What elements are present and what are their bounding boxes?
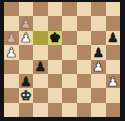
- square-g7[interactable]: [91, 16, 106, 30]
- square-c8[interactable]: [33, 2, 48, 16]
- square-d2[interactable]: [48, 88, 63, 102]
- square-g8[interactable]: [91, 2, 106, 16]
- square-b3[interactable]: ♟: [19, 74, 34, 88]
- black-pawn[interactable]: ♟: [107, 31, 119, 44]
- square-a2[interactable]: [4, 88, 19, 102]
- white-pawn[interactable]: ♟: [20, 31, 32, 44]
- square-e4[interactable]: [62, 60, 77, 74]
- square-f2[interactable]: [77, 88, 92, 102]
- square-a1[interactable]: [4, 103, 19, 117]
- white-pawn[interactable]: ♟: [92, 60, 104, 73]
- square-g1[interactable]: [91, 103, 106, 117]
- square-e5[interactable]: [62, 45, 77, 59]
- square-g2[interactable]: [91, 88, 106, 102]
- white-king[interactable]: ♚: [20, 88, 32, 101]
- square-g6[interactable]: [91, 31, 106, 45]
- square-d1[interactable]: [48, 103, 63, 117]
- square-c7[interactable]: [33, 16, 48, 30]
- square-f3[interactable]: [77, 74, 92, 88]
- ghost-white-pawn: ♟: [20, 17, 32, 30]
- square-a8[interactable]: [4, 2, 19, 16]
- square-f6[interactable]: [77, 31, 92, 45]
- screenshot-root: ♟♟♟♚♟♟♟♟♟♟♟♚: [0, 0, 125, 121]
- square-b1[interactable]: [19, 103, 34, 117]
- square-h7[interactable]: [106, 16, 121, 30]
- square-d3[interactable]: [48, 74, 63, 88]
- square-h6[interactable]: ♟: [106, 31, 121, 45]
- square-g3[interactable]: [91, 74, 106, 88]
- black-pawn[interactable]: ♟: [20, 74, 32, 87]
- square-f1[interactable]: [77, 103, 92, 117]
- square-f7[interactable]: [77, 16, 92, 30]
- square-h8[interactable]: [106, 2, 121, 16]
- square-h2[interactable]: [106, 88, 121, 102]
- square-c3[interactable]: [33, 74, 48, 88]
- square-d6[interactable]: ♚: [48, 31, 63, 45]
- black-pawn[interactable]: ♟: [92, 45, 104, 58]
- square-c5[interactable]: [33, 45, 48, 59]
- square-b5[interactable]: [19, 45, 34, 59]
- square-e8[interactable]: [62, 2, 77, 16]
- square-d7[interactable]: [48, 16, 63, 30]
- white-pawn[interactable]: ♟: [107, 74, 119, 87]
- square-e3[interactable]: [62, 74, 77, 88]
- square-b2[interactable]: ♚: [19, 88, 34, 102]
- square-h3[interactable]: ♟: [106, 74, 121, 88]
- square-f8[interactable]: [77, 2, 92, 16]
- square-b6[interactable]: ♟: [19, 31, 34, 45]
- square-d8[interactable]: [48, 2, 63, 16]
- square-e6[interactable]: [62, 31, 77, 45]
- square-f4[interactable]: [77, 60, 92, 74]
- square-a5[interactable]: ♟: [4, 45, 19, 59]
- square-d4[interactable]: [48, 60, 63, 74]
- square-a7[interactable]: [4, 16, 19, 30]
- black-king[interactable]: ♚: [49, 31, 61, 44]
- chess-board: ♟♟♟♚♟♟♟♟♟♟♟♚: [4, 2, 120, 117]
- square-h1[interactable]: [106, 103, 121, 117]
- square-a6[interactable]: ♟: [4, 31, 19, 45]
- square-b4[interactable]: [19, 60, 34, 74]
- square-a3[interactable]: [4, 74, 19, 88]
- square-b8[interactable]: [19, 2, 34, 16]
- square-e7[interactable]: [62, 16, 77, 30]
- square-b7[interactable]: ♟: [19, 16, 34, 30]
- square-a4[interactable]: [4, 60, 19, 74]
- square-g4[interactable]: ♟: [91, 60, 106, 74]
- square-d5[interactable]: [48, 45, 63, 59]
- square-e2[interactable]: [62, 88, 77, 102]
- ghost-white-pawn: ♟: [5, 31, 17, 44]
- black-pawn[interactable]: ♟: [34, 60, 46, 73]
- square-f5[interactable]: [77, 45, 92, 59]
- square-h5[interactable]: [106, 45, 121, 59]
- square-c4[interactable]: ♟: [33, 60, 48, 74]
- white-pawn[interactable]: ♟: [5, 45, 17, 58]
- square-c2[interactable]: [33, 88, 48, 102]
- square-c1[interactable]: [33, 103, 48, 117]
- square-c6[interactable]: [33, 31, 48, 45]
- square-e1[interactable]: [62, 103, 77, 117]
- square-g5[interactable]: ♟: [91, 45, 106, 59]
- square-h4[interactable]: [106, 60, 121, 74]
